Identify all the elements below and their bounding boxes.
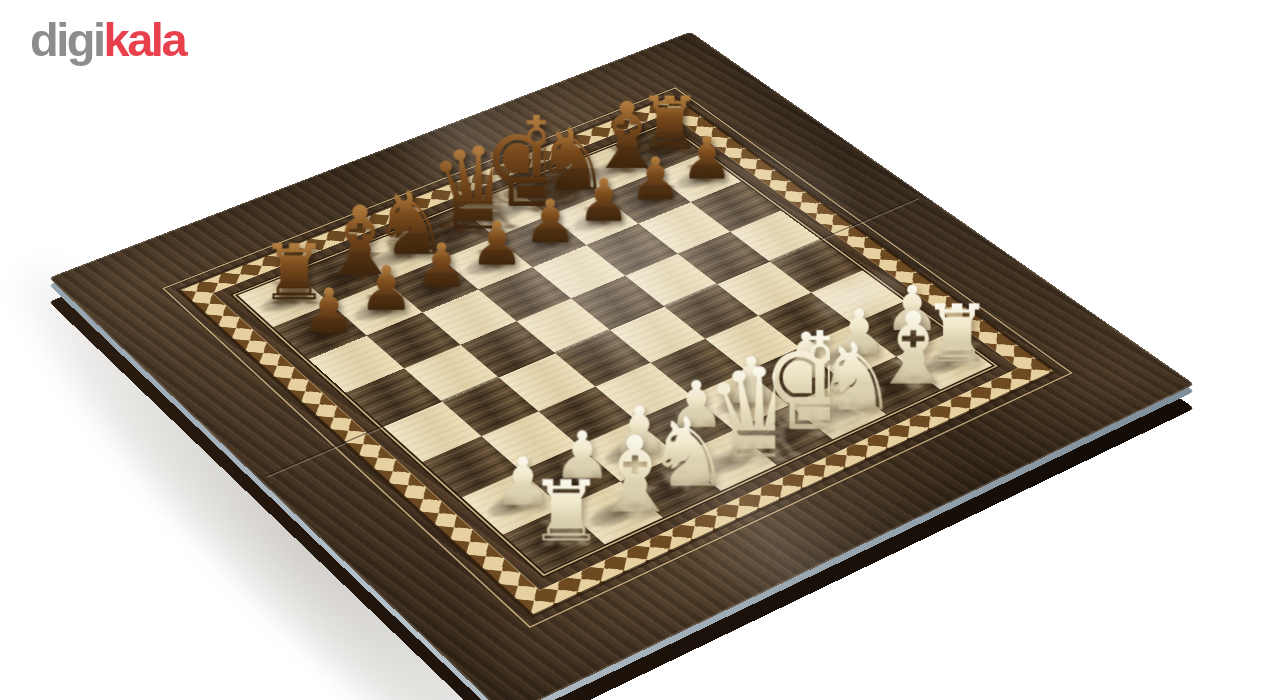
- digikala-logo: digikala: [30, 16, 185, 63]
- board-grid: ♜♝♞♛♚♞♝♜♟♟♟♟♟♟♟♟♟♟♟♟♟♟♟♟♜♝♞♛♚♞♝♜: [238, 126, 992, 573]
- white-rook-a1: ♜: [528, 473, 601, 549]
- logo-text-kala: kala: [104, 13, 185, 66]
- black-pawn-a7: ♟: [295, 284, 363, 340]
- product-photo-scene: ♜♝♞♛♚♞♝♜♟♟♟♟♟♟♟♟♟♟♟♟♟♟♟♟♜♝♞♛♚♞♝♜ digikal…: [0, 0, 1280, 700]
- logo-text-digi: digi: [30, 13, 104, 66]
- chess-board: ♜♝♞♛♚♞♝♜♟♟♟♟♟♟♟♟♟♟♟♟♟♟♟♟♜♝♞♛♚♞♝♜: [49, 32, 1195, 700]
